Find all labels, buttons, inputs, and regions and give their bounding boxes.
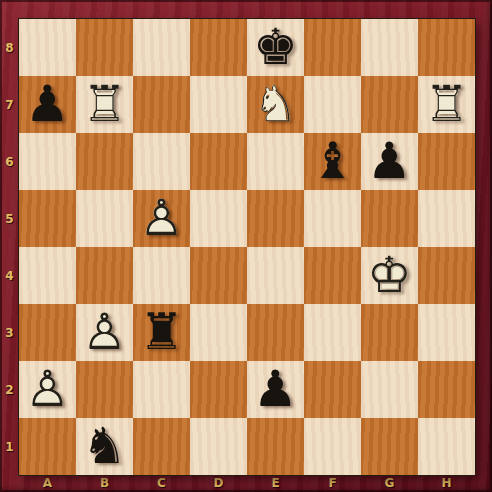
- square-h3[interactable]: [418, 304, 475, 361]
- square-f6[interactable]: ♝: [304, 133, 361, 190]
- square-h8[interactable]: [418, 19, 475, 76]
- black-knight-icon: ♞: [82, 418, 127, 475]
- square-h1[interactable]: [418, 418, 475, 475]
- square-e3[interactable]: [247, 304, 304, 361]
- black-pawn-e2[interactable]: ♟: [247, 361, 304, 418]
- file-label-a: A: [19, 475, 76, 492]
- square-a2[interactable]: ♟♙: [19, 361, 76, 418]
- white-pawn-b3[interactable]: ♟♙: [76, 304, 133, 361]
- square-b8[interactable]: [76, 19, 133, 76]
- rank-label-4: 4: [0, 247, 19, 304]
- square-e7[interactable]: ♞♘: [247, 76, 304, 133]
- white-rook-h7[interactable]: ♜♖: [418, 76, 475, 133]
- square-g4[interactable]: ♚♔: [361, 247, 418, 304]
- square-a8[interactable]: [19, 19, 76, 76]
- file-label-c: C: [133, 475, 190, 492]
- square-c1[interactable]: [133, 418, 190, 475]
- square-f4[interactable]: [304, 247, 361, 304]
- square-a3[interactable]: [19, 304, 76, 361]
- square-b1[interactable]: ♞: [76, 418, 133, 475]
- white-pawn-outline-icon: ♙: [25, 361, 70, 418]
- rank-label-5: 5: [0, 190, 19, 247]
- square-f7[interactable]: [304, 76, 361, 133]
- square-d1[interactable]: [190, 418, 247, 475]
- square-e8[interactable]: ♚: [247, 19, 304, 76]
- file-labels: ABCDEFGH: [19, 475, 475, 492]
- black-king-e8[interactable]: ♚: [247, 19, 304, 76]
- square-c4[interactable]: [133, 247, 190, 304]
- square-b7[interactable]: ♜♖: [76, 76, 133, 133]
- square-b4[interactable]: [76, 247, 133, 304]
- square-g2[interactable]: [361, 361, 418, 418]
- white-knight-e7[interactable]: ♞♘: [247, 76, 304, 133]
- black-pawn-icon: ♟: [367, 133, 412, 190]
- square-g3[interactable]: [361, 304, 418, 361]
- square-f1[interactable]: [304, 418, 361, 475]
- square-d3[interactable]: [190, 304, 247, 361]
- square-b6[interactable]: [76, 133, 133, 190]
- square-a4[interactable]: [19, 247, 76, 304]
- rank-label-3: 3: [0, 304, 19, 361]
- black-rook-icon: ♜: [139, 304, 184, 361]
- file-label-b: B: [76, 475, 133, 492]
- square-d2[interactable]: [190, 361, 247, 418]
- square-f8[interactable]: [304, 19, 361, 76]
- rank-label-8: 8: [0, 19, 19, 76]
- square-g7[interactable]: [361, 76, 418, 133]
- white-king-g4[interactable]: ♚♔: [361, 247, 418, 304]
- rank-label-2: 2: [0, 361, 19, 418]
- board-grid: ♚♟♜♖♞♘♜♖♝♟♟♙♚♔♟♙♜♟♙♟♞: [19, 19, 475, 475]
- rank-label-7: 7: [0, 76, 19, 133]
- square-h5[interactable]: [418, 190, 475, 247]
- square-d4[interactable]: [190, 247, 247, 304]
- square-f2[interactable]: [304, 361, 361, 418]
- black-bishop-f6[interactable]: ♝: [304, 133, 361, 190]
- black-pawn-a7[interactable]: ♟: [19, 76, 76, 133]
- square-e4[interactable]: [247, 247, 304, 304]
- square-d5[interactable]: [190, 190, 247, 247]
- square-e6[interactable]: [247, 133, 304, 190]
- chess-board-frame: 87654321 ABCDEFGH ♚♟♜♖♞♘♜♖♝♟♟♙♚♔♟♙♜♟♙♟♞: [0, 0, 492, 492]
- square-e5[interactable]: [247, 190, 304, 247]
- square-e1[interactable]: [247, 418, 304, 475]
- square-h6[interactable]: [418, 133, 475, 190]
- square-a6[interactable]: [19, 133, 76, 190]
- square-h7[interactable]: ♜♖: [418, 76, 475, 133]
- white-rook-b7[interactable]: ♜♖: [76, 76, 133, 133]
- square-c5[interactable]: ♟♙: [133, 190, 190, 247]
- square-c7[interactable]: [133, 76, 190, 133]
- white-pawn-a2[interactable]: ♟♙: [19, 361, 76, 418]
- square-b2[interactable]: [76, 361, 133, 418]
- square-c6[interactable]: [133, 133, 190, 190]
- square-a1[interactable]: [19, 418, 76, 475]
- black-pawn-icon: ♟: [25, 76, 70, 133]
- black-rook-c3[interactable]: ♜: [133, 304, 190, 361]
- black-pawn-g6[interactable]: ♟: [361, 133, 418, 190]
- square-a5[interactable]: [19, 190, 76, 247]
- square-c2[interactable]: [133, 361, 190, 418]
- square-d6[interactable]: [190, 133, 247, 190]
- white-rook-outline-icon: ♖: [82, 76, 127, 133]
- rank-label-6: 6: [0, 133, 19, 190]
- square-g8[interactable]: [361, 19, 418, 76]
- square-d8[interactable]: [190, 19, 247, 76]
- file-label-h: H: [418, 475, 475, 492]
- square-g1[interactable]: [361, 418, 418, 475]
- file-label-f: F: [304, 475, 361, 492]
- file-label-d: D: [190, 475, 247, 492]
- black-bishop-icon: ♝: [310, 133, 355, 190]
- white-pawn-outline-icon: ♙: [139, 190, 184, 247]
- white-knight-outline-icon: ♘: [253, 76, 298, 133]
- square-f5[interactable]: [304, 190, 361, 247]
- square-b5[interactable]: [76, 190, 133, 247]
- black-pawn-icon: ♟: [253, 361, 298, 418]
- square-a7[interactable]: ♟: [19, 76, 76, 133]
- white-king-outline-icon: ♔: [367, 247, 412, 304]
- file-label-e: E: [247, 475, 304, 492]
- square-e2[interactable]: ♟: [247, 361, 304, 418]
- square-b3[interactable]: ♟♙: [76, 304, 133, 361]
- rank-labels: 87654321: [0, 19, 19, 475]
- square-g6[interactable]: ♟: [361, 133, 418, 190]
- white-pawn-outline-icon: ♙: [82, 304, 127, 361]
- white-rook-outline-icon: ♖: [424, 76, 469, 133]
- square-h4[interactable]: [418, 247, 475, 304]
- white-pawn-c5[interactable]: ♟♙: [133, 190, 190, 247]
- black-knight-b1[interactable]: ♞: [76, 418, 133, 475]
- square-d7[interactable]: [190, 76, 247, 133]
- square-f3[interactable]: [304, 304, 361, 361]
- square-g5[interactable]: [361, 190, 418, 247]
- square-c3[interactable]: ♜: [133, 304, 190, 361]
- rank-label-1: 1: [0, 418, 19, 475]
- square-h2[interactable]: [418, 361, 475, 418]
- black-king-icon: ♚: [253, 19, 298, 76]
- square-c8[interactable]: [133, 19, 190, 76]
- file-label-g: G: [361, 475, 418, 492]
